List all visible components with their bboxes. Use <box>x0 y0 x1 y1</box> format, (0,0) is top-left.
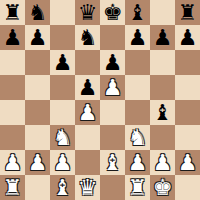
square-b5[interactable] <box>25 75 50 100</box>
square-g1[interactable]: ♚ <box>150 175 175 200</box>
square-a6[interactable] <box>0 50 25 75</box>
black-rook-piece: ♜ <box>178 2 198 24</box>
square-b6[interactable] <box>25 50 50 75</box>
black-pawn-piece: ♟ <box>153 27 173 49</box>
square-g6[interactable] <box>150 50 175 75</box>
square-g8[interactable] <box>150 0 175 25</box>
black-bishop-piece: ♝ <box>128 2 148 24</box>
white-bishop-piece: ♝ <box>53 177 73 199</box>
white-pawn-piece: ♟ <box>153 152 173 174</box>
square-d6[interactable] <box>75 50 100 75</box>
black-pawn-piece: ♟ <box>78 77 98 99</box>
black-pawn-piece: ♟ <box>103 52 123 74</box>
square-e2[interactable]: ♝ <box>100 150 125 175</box>
square-h1[interactable] <box>175 175 200 200</box>
square-f5[interactable] <box>125 75 150 100</box>
square-b7[interactable]: ♟ <box>25 25 50 50</box>
black-pawn-piece: ♟ <box>28 27 48 49</box>
square-g2[interactable]: ♟ <box>150 150 175 175</box>
square-d5[interactable]: ♟ <box>75 75 100 100</box>
square-f7[interactable]: ♟ <box>125 25 150 50</box>
white-bishop-piece: ♝ <box>103 152 123 174</box>
square-f6[interactable] <box>125 50 150 75</box>
white-rook-piece: ♜ <box>3 177 23 199</box>
black-pawn-piece: ♟ <box>3 27 23 49</box>
square-c4[interactable] <box>50 100 75 125</box>
square-a3[interactable] <box>0 125 25 150</box>
square-e3[interactable] <box>100 125 125 150</box>
square-d4[interactable]: ♟ <box>75 100 100 125</box>
square-g5[interactable] <box>150 75 175 100</box>
square-g7[interactable]: ♟ <box>150 25 175 50</box>
square-h7[interactable]: ♟ <box>175 25 200 50</box>
square-b2[interactable]: ♟ <box>25 150 50 175</box>
white-pawn-piece: ♟ <box>53 152 73 174</box>
square-e8[interactable]: ♚ <box>100 0 125 25</box>
square-d1[interactable]: ♛ <box>75 175 100 200</box>
square-h8[interactable]: ♜ <box>175 0 200 25</box>
square-f2[interactable]: ♟ <box>125 150 150 175</box>
square-a8[interactable]: ♜ <box>0 0 25 25</box>
white-pawn-piece: ♟ <box>28 152 48 174</box>
square-a7[interactable]: ♟ <box>0 25 25 50</box>
square-h2[interactable]: ♟ <box>175 150 200 175</box>
black-queen-piece: ♛ <box>78 2 98 24</box>
square-d3[interactable] <box>75 125 100 150</box>
square-e4[interactable] <box>100 100 125 125</box>
square-h4[interactable] <box>175 100 200 125</box>
square-c5[interactable] <box>50 75 75 100</box>
square-h6[interactable] <box>175 50 200 75</box>
square-b4[interactable] <box>25 100 50 125</box>
square-a4[interactable] <box>0 100 25 125</box>
square-f4[interactable] <box>125 100 150 125</box>
square-c1[interactable]: ♝ <box>50 175 75 200</box>
white-knight-piece: ♞ <box>128 127 148 149</box>
square-c3[interactable]: ♞ <box>50 125 75 150</box>
white-pawn-piece: ♟ <box>78 102 98 124</box>
black-knight-piece: ♞ <box>78 27 98 49</box>
square-a5[interactable] <box>0 75 25 100</box>
white-rook-piece: ♜ <box>128 177 148 199</box>
square-f3[interactable]: ♞ <box>125 125 150 150</box>
square-g3[interactable] <box>150 125 175 150</box>
square-e7[interactable] <box>100 25 125 50</box>
square-f8[interactable]: ♝ <box>125 0 150 25</box>
square-e6[interactable]: ♟ <box>100 50 125 75</box>
square-c6[interactable]: ♟ <box>50 50 75 75</box>
square-a2[interactable]: ♟ <box>0 150 25 175</box>
black-knight-piece: ♞ <box>28 2 48 24</box>
white-pawn-piece: ♟ <box>3 152 23 174</box>
white-knight-piece: ♞ <box>53 127 73 149</box>
square-d2[interactable] <box>75 150 100 175</box>
square-e1[interactable] <box>100 175 125 200</box>
white-queen-piece: ♛ <box>78 177 98 199</box>
black-pawn-piece: ♟ <box>128 27 148 49</box>
chess-board: ♜♞♛♚♝♜♟♟♞♟♟♟♟♟♟♟♟♝♞♞♟♟♟♝♟♟♟♜♝♛♜♚ <box>0 0 200 200</box>
square-a1[interactable]: ♜ <box>0 175 25 200</box>
square-f1[interactable]: ♜ <box>125 175 150 200</box>
square-d7[interactable]: ♞ <box>75 25 100 50</box>
black-rook-piece: ♜ <box>3 2 23 24</box>
white-pawn-piece: ♟ <box>178 152 198 174</box>
square-d8[interactable]: ♛ <box>75 0 100 25</box>
black-pawn-piece: ♟ <box>53 52 73 74</box>
square-b8[interactable]: ♞ <box>25 0 50 25</box>
white-pawn-piece: ♟ <box>103 77 123 99</box>
black-bishop-piece: ♝ <box>153 102 173 124</box>
square-e5[interactable]: ♟ <box>100 75 125 100</box>
square-g4[interactable]: ♝ <box>150 100 175 125</box>
square-h3[interactable] <box>175 125 200 150</box>
square-c8[interactable] <box>50 0 75 25</box>
white-king-piece: ♚ <box>153 177 173 199</box>
white-pawn-piece: ♟ <box>128 152 148 174</box>
black-pawn-piece: ♟ <box>178 27 198 49</box>
square-h5[interactable] <box>175 75 200 100</box>
square-b3[interactable] <box>25 125 50 150</box>
square-c7[interactable] <box>50 25 75 50</box>
square-c2[interactable]: ♟ <box>50 150 75 175</box>
square-b1[interactable] <box>25 175 50 200</box>
black-king-piece: ♚ <box>103 2 123 24</box>
